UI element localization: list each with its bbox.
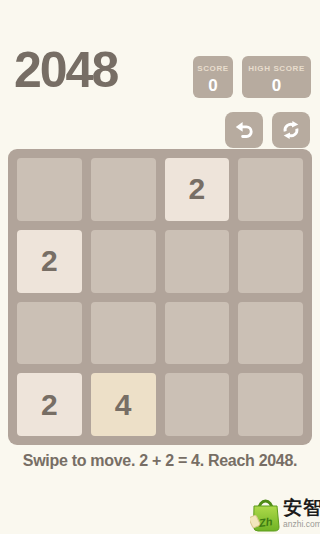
score-label: SCORE [193,64,233,73]
empty-cell-r4c4 [238,373,303,436]
anzhi-watermark[interactable]: Zh 安智 anzhi.com [250,495,318,532]
empty-cell-r3c1 [17,302,82,365]
watermark-text: 安智 anzhi.com [283,495,320,529]
empty-cell-r1c2 [91,158,156,221]
empty-cell-r3c2 [91,302,156,365]
high-score-value: 0 [242,76,311,96]
tile-2-r4c1: 2 [17,373,82,436]
empty-cell-r3c3 [165,302,230,365]
shopping-bag-icon: Zh [250,495,280,534]
high-score-box: HIGH SCORE 0 [242,56,311,98]
empty-cell-r1c1 [17,158,82,221]
svg-text:Zh: Zh [257,515,273,529]
tile-2-r2c1: 2 [17,230,82,293]
anzhi-brand: 安智 [283,497,320,519]
empty-cell-r2c2 [91,230,156,293]
refresh-icon [280,119,302,141]
tile-2-r1c3: 2 [165,158,230,221]
empty-cell-r3c4 [238,302,303,365]
app-title: 2048 [14,42,117,98]
empty-cell-r2c3 [165,230,230,293]
score-box: SCORE 0 [193,56,233,98]
instruction-text: Swipe to move. 2 + 2 = 4. Reach 2048. [0,452,320,470]
tile-4-r4c2: 4 [91,373,156,436]
score-value: 0 [193,76,233,96]
anzhi-domain: anzhi.com [283,519,320,529]
high-score-label: HIGH SCORE [242,64,311,73]
restart-button[interactable] [272,112,310,148]
empty-cell-r2c4 [238,230,303,293]
undo-icon [233,119,255,141]
empty-cell-r4c3 [165,373,230,436]
undo-button[interactable] [225,112,263,148]
app-screen: 2048 SCORE 0 HIGH SCORE 0 2224 Swipe to [0,0,320,534]
game-board[interactable]: 2224 [8,149,312,445]
empty-cell-r1c4 [238,158,303,221]
